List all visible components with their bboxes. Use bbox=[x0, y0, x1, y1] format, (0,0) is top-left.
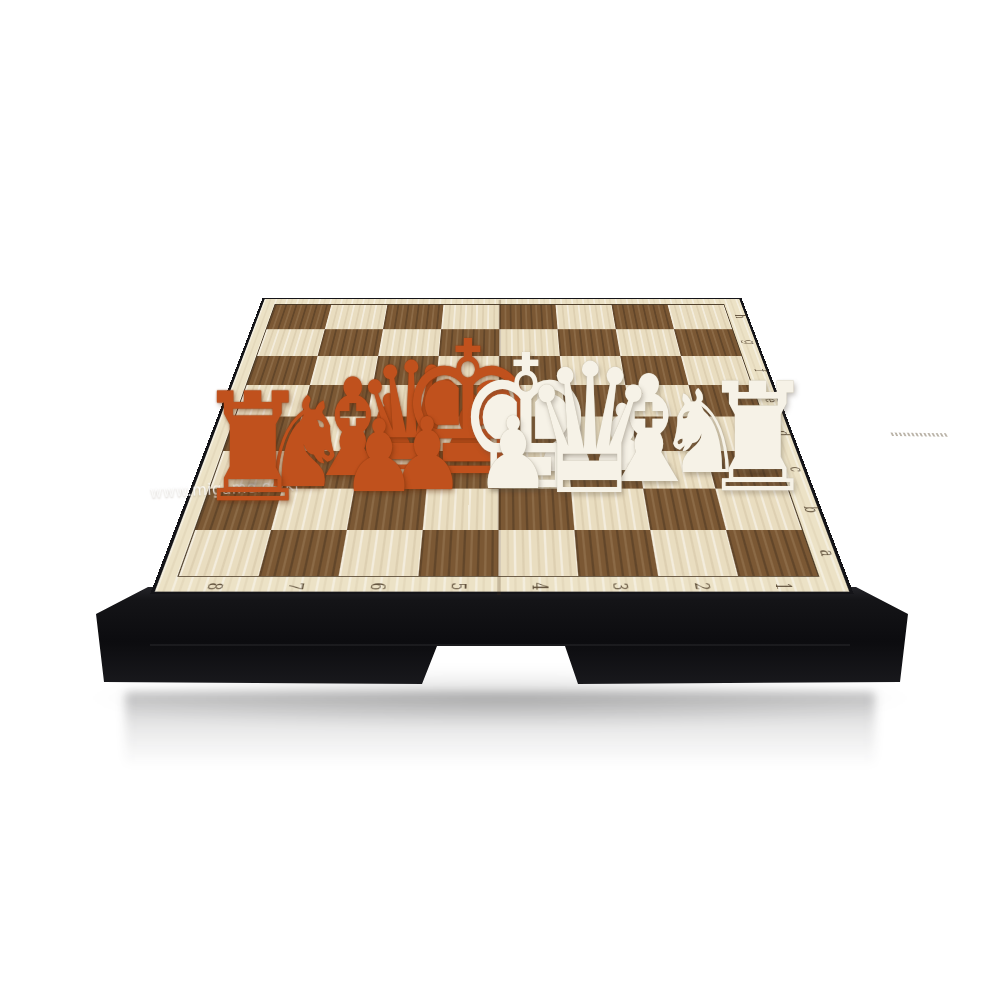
rank-label-7: 7 bbox=[283, 583, 308, 591]
square-a3[interactable] bbox=[574, 530, 658, 576]
fine-print-illegible bbox=[890, 432, 947, 436]
rank-label-1: 1 bbox=[769, 583, 795, 591]
file-label-h: h bbox=[731, 315, 749, 319]
case-reflection bbox=[125, 692, 875, 767]
orange-rook-b8[interactable]: ♜ bbox=[196, 373, 310, 523]
product-photo-scene: 87654321 hgfedcba ♜♞♝♟♟♛♟♟♚♟♚♟♛♟♝♞♜ www.… bbox=[0, 0, 1000, 1000]
rank-label-2: 2 bbox=[689, 583, 714, 591]
orange-pawn-b6[interactable]: ♟ bbox=[341, 407, 417, 507]
rank-label-5: 5 bbox=[446, 583, 470, 591]
file-label-g: g bbox=[740, 340, 759, 344]
file-label-a: a bbox=[814, 550, 839, 557]
white-pawn-b4[interactable]: ♟ bbox=[475, 404, 551, 504]
rank-label-8: 8 bbox=[202, 583, 228, 591]
rank-label-3: 3 bbox=[608, 583, 632, 591]
square-a1[interactable] bbox=[726, 530, 818, 576]
square-h7[interactable] bbox=[325, 305, 388, 330]
square-a6[interactable] bbox=[339, 530, 423, 576]
white-rook-b1[interactable]: ♜ bbox=[701, 363, 815, 513]
square-a7[interactable] bbox=[259, 530, 347, 576]
square-h1[interactable] bbox=[668, 305, 733, 330]
square-a4[interactable] bbox=[498, 530, 578, 576]
rank-label-4: 4 bbox=[527, 583, 551, 591]
square-a2[interactable] bbox=[650, 530, 738, 576]
square-h8[interactable] bbox=[267, 305, 332, 330]
square-a5[interactable] bbox=[418, 530, 498, 576]
square-a8[interactable] bbox=[179, 530, 271, 576]
rank-label-6: 6 bbox=[364, 583, 388, 591]
case-groove bbox=[150, 644, 850, 646]
